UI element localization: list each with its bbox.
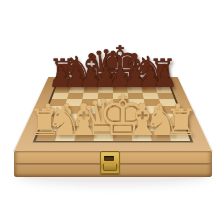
square-b3 xyxy=(60,114,79,122)
square-b2 xyxy=(58,122,78,131)
square-f1 xyxy=(131,131,151,141)
box-front-face xyxy=(14,150,212,177)
square-e5 xyxy=(113,99,129,106)
square-d2 xyxy=(95,122,113,131)
square-d1 xyxy=(94,131,113,141)
square-c1 xyxy=(74,131,94,141)
square-f2 xyxy=(131,122,150,131)
square-e1 xyxy=(113,131,132,141)
square-h3 xyxy=(163,114,183,122)
square-c5 xyxy=(81,99,98,106)
square-d4 xyxy=(96,106,113,114)
square-h1 xyxy=(168,131,190,141)
square-f5 xyxy=(128,99,145,106)
square-b1 xyxy=(55,131,76,141)
square-c3 xyxy=(78,114,96,122)
square-b5 xyxy=(65,99,82,106)
square-d5 xyxy=(97,99,113,106)
square-e2 xyxy=(113,122,131,131)
square-b4 xyxy=(63,106,81,114)
clasp-hasp xyxy=(103,164,117,171)
chess-board xyxy=(14,77,212,151)
board-grid xyxy=(33,81,194,143)
chess-set-photo: ♜♞♝♛♚♝♞♜♟♟♟♟♟♟♟♟♟♟♟♟♟♟♟♟♜♞♝♛♚♝♞♜ xyxy=(0,0,224,224)
square-h5 xyxy=(159,99,177,106)
square-e3 xyxy=(113,114,131,122)
square-e4 xyxy=(113,106,130,114)
brass-clasp xyxy=(100,151,120,174)
clasp-slot xyxy=(104,156,114,161)
square-d3 xyxy=(95,114,113,122)
square-h2 xyxy=(166,122,187,131)
square-h4 xyxy=(161,106,180,114)
square-c4 xyxy=(80,106,97,114)
square-f4 xyxy=(129,106,146,114)
square-c2 xyxy=(76,122,95,131)
square-f3 xyxy=(130,114,148,122)
